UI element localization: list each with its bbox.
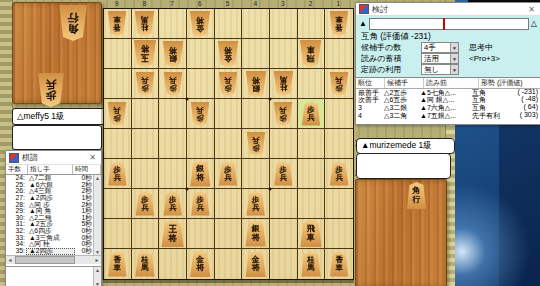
board-square-1八[interactable] [325, 219, 353, 249]
candidates-count-dropdown[interactable]: 4手 ▼ [421, 42, 459, 53]
gote-mark-icon: △ [531, 20, 537, 28]
candidates-table: 順位 候補手 読み筋 形勢 (評価値) 最善手△2五歩▲5七角△...互角( -… [356, 77, 540, 124]
file-label: 3 [269, 0, 297, 8]
shogi-piece-gote[interactable]: 銀将 [162, 41, 184, 67]
scrollbar-thumb[interactable] [15, 256, 75, 264]
col-move: 候補手 [385, 78, 424, 88]
gote-comment-box[interactable] [12, 125, 102, 150]
comment-vertical-scrollbar[interactable]: ▲▼ [93, 267, 101, 286]
board-square-9五[interactable] [104, 129, 132, 159]
board-square-7三[interactable]: 歩兵 [159, 69, 187, 99]
candidate-move: △3二角 [384, 111, 420, 121]
board-square-8一[interactable]: 桂馬 [132, 9, 160, 39]
board-square-1六[interactable]: 歩兵 [325, 159, 353, 189]
shogi-piece-sente[interactable]: 香車 [329, 252, 349, 277]
col-rank: 順位 [356, 78, 385, 88]
kifu-app-icon [9, 153, 19, 163]
board-square-5五[interactable] [215, 129, 243, 159]
board-square-9二[interactable] [104, 39, 132, 69]
sente-komadai: 角行 [355, 179, 447, 286]
kifu-comment-box[interactable]: ▲▼ [6, 266, 101, 286]
sente-comment-box[interactable] [356, 153, 451, 179]
analysis-app-icon [359, 4, 369, 14]
kifu-window-title: 棋譜 [22, 152, 87, 163]
board-square-3一[interactable] [270, 9, 298, 39]
board-square-9一[interactable]: 香車 [104, 9, 132, 39]
shogi-piece-sente[interactable]: 歩兵 [329, 162, 349, 186]
kifu-vertical-scrollbar[interactable]: ▲▼ [93, 175, 101, 255]
board-square-2六[interactable] [298, 159, 326, 189]
board-square-7一[interactable] [159, 9, 187, 39]
dropdown-value: 4手 [424, 43, 436, 53]
kifu-horizontal-scrollbar[interactable]: ◄ ► [6, 256, 101, 264]
shogi-piece-gote[interactable]: 歩兵 [37, 73, 65, 107]
sente-mark-icon: ▲ [359, 20, 367, 28]
board-square-9四[interactable]: 歩兵 [104, 99, 132, 129]
board-square-4七[interactable]: 歩兵 [242, 189, 270, 219]
board-square-8二[interactable]: 玉将 [132, 39, 160, 69]
sente-nameplate: ▲murizemede 1級 [356, 138, 455, 154]
analysis-window-title: 検討 [372, 4, 526, 15]
kifu-col-movenum: 手数 [6, 165, 28, 174]
shogi-piece-sente[interactable]: 香車 [107, 252, 127, 277]
board-square-3四[interactable]: 歩兵 [270, 99, 298, 129]
board-square-8三[interactable]: 歩兵 [132, 69, 160, 99]
shogi-piece-gote[interactable]: 飛車 [299, 40, 322, 67]
board-square-1九[interactable]: 香車 [325, 249, 353, 279]
dropdown-value: 活用 [424, 54, 439, 64]
file-label: 9 [103, 0, 131, 8]
shogi-piece-gote[interactable]: 銀将 [245, 71, 267, 97]
board-square-3九[interactable] [270, 249, 298, 279]
board-square-7七[interactable]: 歩兵 [159, 189, 187, 219]
file-label: 8 [131, 0, 159, 8]
analysis-window: 検討 ✕ ▲ △ 互角 (評価値 -231) 候補手の数 4手 ▼ 思考中 読み… [355, 2, 540, 125]
file-label: 5 [214, 0, 242, 8]
scroll-right-icon[interactable]: ► [93, 257, 101, 263]
board-square-3七[interactable] [270, 189, 298, 219]
board-square-3三[interactable]: 桂馬 [270, 69, 298, 99]
star-point [269, 188, 272, 191]
control-row-memory: 読みの蓄積 活用 ▼ <Pro+3> [356, 53, 540, 64]
board-square-2三[interactable] [298, 69, 326, 99]
board-square-8九[interactable]: 桂馬 [132, 249, 160, 279]
board-square-2七[interactable] [298, 189, 326, 219]
kifu-move-row[interactable]: 35:▲2四歩0秒 [6, 248, 101, 255]
board-square-4九[interactable]: 金将 [242, 249, 270, 279]
shogi-piece-gote[interactable]: 歩兵 [107, 102, 127, 126]
shogi-piece-sente[interactable]: 銀将 [189, 161, 211, 187]
candidate-judgement-cell: 先手有利( 303) [472, 111, 540, 121]
board-square-9七[interactable] [104, 189, 132, 219]
evaluation-bar-row: ▲ △ [356, 16, 540, 31]
shogi-piece-sente[interactable]: 角行 [406, 182, 427, 209]
move-text[interactable]: ▲2四歩 [26, 248, 75, 255]
shogi-piece-sente[interactable]: 歩兵 [107, 162, 127, 186]
reading-accum-dropdown[interactable]: 活用 ▼ [421, 53, 459, 64]
board-square-4二[interactable] [242, 39, 270, 69]
file-label: 6 [186, 0, 214, 8]
dropdown-value: 無し [424, 65, 439, 75]
board-square-3八[interactable] [270, 219, 298, 249]
board-square-7九[interactable] [159, 249, 187, 279]
board-square-9九[interactable]: 香車 [104, 249, 132, 279]
candidate-pv: ▲7五銀△... [420, 111, 472, 121]
candidate-eval-value: ( 303) [508, 111, 538, 121]
candidate-rank: 3 [356, 104, 384, 111]
star-point [186, 98, 189, 101]
candidate-row[interactable]: 4△3二角▲7五銀△...先手有利( 303) [356, 112, 540, 120]
shogi-piece-gote[interactable]: 歩兵 [246, 132, 266, 156]
file-label: 1 [324, 0, 352, 8]
col-judgement: 形勢 (評価値) [479, 78, 540, 88]
gote-komadai: 角行歩兵 [12, 2, 102, 104]
board-square-5六[interactable]: 歩兵 [215, 159, 243, 189]
board-square-4四[interactable] [242, 99, 270, 129]
board-square-5八[interactable] [215, 219, 243, 249]
board-square-4五[interactable]: 歩兵 [242, 129, 270, 159]
board-square-6八[interactable] [187, 219, 215, 249]
evaluation-marker [443, 18, 445, 30]
shogi-piece-gote[interactable]: 金将 [217, 41, 239, 67]
board-square-3五[interactable] [270, 129, 298, 159]
board-square-5一[interactable] [215, 9, 243, 39]
analysis-titlebar[interactable]: 検討 ✕ [356, 3, 540, 16]
board-square-6六[interactable]: 銀将 [187, 159, 215, 189]
shogi-piece-sente[interactable]: 歩兵 [190, 192, 210, 216]
shogi-piece-sente[interactable]: 桂馬 [134, 252, 155, 277]
chevron-down-icon: ▼ [450, 43, 458, 52]
shogi-piece-sente[interactable]: 王将 [161, 220, 185, 247]
shogi-piece-gote[interactable]: 歩兵 [273, 102, 293, 126]
board-square-6三[interactable] [187, 69, 215, 99]
board-square-9六[interactable]: 歩兵 [104, 159, 132, 189]
kifu-col-move: 指し手 [28, 165, 73, 174]
board-square-6一[interactable]: 金将 [187, 9, 215, 39]
sente-player-label: ▲murizemede 1級 [361, 140, 432, 152]
board-square-9三[interactable] [104, 69, 132, 99]
board-square-8六[interactable] [132, 159, 160, 189]
analysis-close-icon[interactable]: ✕ [526, 5, 537, 14]
candidate-judgement: 先手有利 [472, 111, 508, 121]
board-square-7四[interactable] [159, 99, 187, 129]
board-square-8七[interactable]: 歩兵 [132, 189, 160, 219]
chevron-down-icon: ▼ [450, 65, 458, 74]
shogi-piece-gote[interactable]: 歩兵 [135, 72, 155, 96]
control-row-candidates: 候補手の数 4手 ▼ 思考中 [356, 42, 540, 53]
shogi-piece-gote[interactable]: 歩兵 [190, 102, 210, 126]
board-square-2八[interactable]: 飛車 [298, 219, 326, 249]
shogi-piece-sente[interactable]: 歩兵 [273, 162, 293, 186]
kifu-titlebar[interactable]: 棋譜 ✕ [6, 151, 101, 165]
shogi-board: 香車桂馬金将香車玉将銀将金将飛車歩兵歩兵歩兵銀将桂馬歩兵歩兵歩兵歩兵歩兵歩兵歩兵… [103, 8, 354, 280]
shogi-piece-sente[interactable]: 金将 [189, 251, 211, 277]
board-square-2一[interactable] [298, 9, 326, 39]
shogi-piece-sente[interactable]: 歩兵 [218, 162, 238, 186]
board-square-6九[interactable]: 金将 [187, 249, 215, 279]
board-square-4三[interactable]: 銀将 [242, 69, 270, 99]
shogi-piece-gote[interactable]: 玉将 [133, 40, 157, 67]
reading-accum-label: 読みの蓄積 [361, 53, 417, 64]
board-square-1五[interactable] [325, 129, 353, 159]
shogi-piece-gote[interactable]: 歩兵 [163, 72, 183, 96]
star-point [269, 98, 272, 101]
shogi-piece-gote[interactable]: 香車 [107, 11, 127, 36]
analysis-body: ▲ △ 互角 (評価値 -231) 候補手の数 4手 ▼ 思考中 読みの蓄積 活… [356, 16, 540, 124]
status-thinking: 思考中 [469, 42, 493, 53]
judgement-text: 互角 (評価値 -231) [356, 31, 540, 42]
kifu-close-icon[interactable]: ✕ [87, 153, 98, 162]
board-square-8五[interactable] [132, 129, 160, 159]
board-square-6五[interactable] [187, 129, 215, 159]
board-square-5二[interactable]: 金将 [215, 39, 243, 69]
board-square-4一[interactable] [242, 9, 270, 39]
shogi-piece-gote[interactable]: 香車 [329, 11, 349, 36]
board-square-3六[interactable]: 歩兵 [270, 159, 298, 189]
board-square-4八[interactable]: 銀将 [242, 219, 270, 249]
board-square-4六[interactable] [242, 159, 270, 189]
chevron-down-icon: ▼ [450, 54, 458, 63]
file-label: 4 [241, 0, 269, 8]
board-square-6四[interactable]: 歩兵 [187, 99, 215, 129]
kifu-col-time: 時間 [73, 165, 101, 174]
star-point [186, 188, 189, 191]
status-engine: <Pro+3> [469, 54, 500, 63]
file-label: 7 [158, 0, 186, 8]
shogi-piece-gote[interactable]: 歩兵 [329, 72, 349, 96]
board-square-2九[interactable]: 桂馬 [298, 249, 326, 279]
board-square-1七[interactable] [325, 189, 353, 219]
col-pv: 読み筋 [424, 78, 479, 88]
candidates-count-label: 候補手の数 [361, 42, 417, 53]
shogi-piece-sente[interactable]: 金将 [245, 251, 267, 277]
board-square-5四[interactable] [215, 99, 243, 129]
board-square-9八[interactable] [104, 219, 132, 249]
joseki-use-label: 定跡の利用 [361, 64, 417, 75]
shogi-piece-sente[interactable]: 飛車 [299, 220, 322, 247]
evaluation-bar [369, 18, 529, 30]
board-square-8四[interactable] [132, 99, 160, 129]
board-square-1三[interactable]: 歩兵 [325, 69, 353, 99]
board-square-3二[interactable] [270, 39, 298, 69]
shogi-piece-sente[interactable]: 歩兵 [135, 192, 155, 216]
joseki-use-dropdown[interactable]: 無し ▼ [421, 64, 459, 75]
shogi-piece-sente[interactable]: 歩兵 [163, 192, 183, 216]
shogi-piece-gote[interactable]: 角行 [58, 5, 88, 41]
kifu-window: 棋譜 ✕ 手数 指し手 時間 ▲▼ 24:△7二銀0秒25:▲6六銀2秒26:△… [5, 150, 102, 286]
board-square-8八[interactable] [132, 219, 160, 249]
board-square-1一[interactable]: 香車 [325, 9, 353, 39]
candidate-rank: 4 [356, 112, 384, 119]
board-square-5三[interactable]: 歩兵 [215, 69, 243, 99]
shogi-piece-gote[interactable]: 金将 [189, 11, 211, 37]
file-label: 2 [297, 0, 325, 8]
kifu-column-headers: 手数 指し手 時間 [6, 165, 101, 175]
kifu-move-list: ▲▼ 24:△7二銀0秒25:▲6六銀2秒26:△4三銀2秒27:▲2四歩1秒2… [6, 175, 101, 256]
board-square-2二[interactable]: 飛車 [298, 39, 326, 69]
shogi-piece-gote[interactable]: 歩兵 [218, 72, 238, 96]
board-square-5七[interactable] [215, 189, 243, 219]
shogi-piece-sente[interactable]: 歩兵 [301, 102, 321, 126]
gote-nameplate: △meffy5 1級 [12, 108, 106, 125]
scroll-left-icon[interactable]: ◄ [6, 257, 14, 263]
shogi-piece-sente[interactable]: 歩兵 [246, 192, 266, 216]
board-file-labels: 987654321 [103, 0, 352, 8]
shogi-piece-sente[interactable]: 銀将 [245, 221, 267, 247]
board-square-6七[interactable]: 歩兵 [187, 189, 215, 219]
move-number: 35: [6, 248, 26, 255]
board-square-6二[interactable] [187, 39, 215, 69]
board-square-2四[interactable]: 歩兵 [298, 99, 326, 129]
board-square-7六[interactable] [159, 159, 187, 189]
board-square-1二[interactable] [325, 39, 353, 69]
gote-player-label: △meffy5 1級 [17, 111, 64, 123]
board-square-2五[interactable] [298, 129, 326, 159]
board-square-5九[interactable] [215, 249, 243, 279]
shogi-piece-gote[interactable]: 桂馬 [273, 71, 294, 96]
board-square-7八[interactable]: 王将 [159, 219, 187, 249]
shogi-piece-sente[interactable]: 桂馬 [300, 252, 321, 277]
board-square-1四[interactable] [325, 99, 353, 129]
board-square-7二[interactable]: 銀将 [159, 39, 187, 69]
shogi-piece-gote[interactable]: 桂馬 [134, 11, 155, 36]
board-square-7五[interactable] [159, 129, 187, 159]
control-row-joseki: 定跡の利用 無し ▼ [356, 64, 540, 75]
